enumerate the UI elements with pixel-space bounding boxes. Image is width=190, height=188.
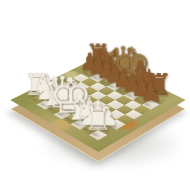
square-h1: ♜ (89, 130, 108, 141)
chess-board: ♜♞♝♛♚♝♞♜♟♟♟♟♟♟♟♟♟♟♟♟♟♟♟♟♜♞♝♛♚♝♞♜ (10, 57, 185, 152)
board-3d-wrap: ♜♞♝♛♚♝♞♜♟♟♟♟♟♟♟♟♟♟♟♟♟♟♟♟♜♞♝♛♚♝♞♜ (10, 57, 185, 152)
piece-white-marble-rook: ♜ (66, 103, 130, 135)
piece-onyx-pawn: ♟ (125, 79, 175, 104)
scene-3d: ♜♞♝♛♚♝♞♜♟♟♟♟♟♟♟♟♟♟♟♟♟♟♟♟♜♞♝♛♚♝♞♜ (0, 0, 190, 188)
product-photo-stage: ♜♞♝♛♚♝♞♜♟♟♟♟♟♟♟♟♟♟♟♟♟♟♟♟♜♞♝♛♚♝♞♜ (0, 0, 190, 188)
